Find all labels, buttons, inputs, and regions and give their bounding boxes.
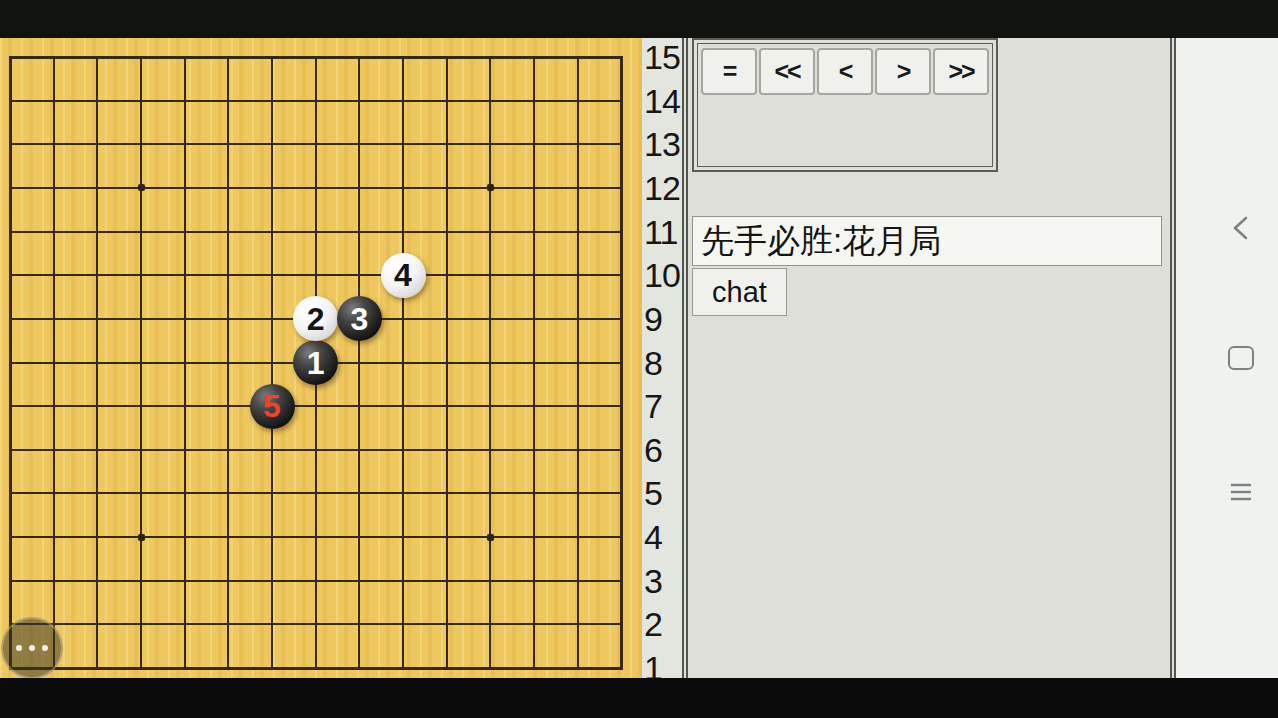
more-dot-icon [29,645,35,651]
grid-line-horizontal [9,667,623,670]
row-label: 2 [644,602,682,646]
row-label: 4 [644,515,682,559]
side-panel: = << < > >> 先手必胜:花月局 chat [682,38,1176,678]
grid-line-vertical [402,56,404,670]
back-chevron-icon [1228,213,1254,243]
grid-line-horizontal [9,449,623,451]
grid-line-vertical [533,56,535,670]
gomoku-board[interactable]: 12345 [0,38,642,678]
move-nav-box: = << < > >> [692,38,998,172]
bottom-bar [0,678,1278,718]
grid-line-vertical [577,56,579,670]
grid-line-horizontal [9,405,623,407]
row-coordinates: 151413121110987654321 [642,38,682,678]
row-label: 10 [644,253,682,297]
recents-button[interactable] [1221,472,1261,512]
grid-line-vertical [446,56,448,670]
move-3-stone-black: 3 [337,296,382,341]
nav-equal-button[interactable]: = [701,48,757,95]
grid-line-vertical [620,56,623,670]
android-navbar [1176,38,1278,678]
row-label: 6 [644,428,682,472]
move-1-stone-black: 1 [293,340,338,385]
back-button[interactable] [1221,208,1261,248]
row-label: 14 [644,79,682,123]
row-label: 1 [644,646,682,678]
row-label: 5 [644,471,682,515]
row-label: 12 [644,166,682,210]
nav-fast-forward-button[interactable]: >> [933,48,989,95]
row-label: 3 [644,559,682,603]
row-label: 13 [644,122,682,166]
star-point [487,184,494,191]
nav-prev-move-button[interactable]: < [817,48,873,95]
move-2-stone-white: 2 [293,296,338,341]
star-point [487,534,494,541]
home-square-icon [1228,346,1254,370]
row-label: 8 [644,341,682,385]
grid-line-horizontal [9,536,623,538]
star-point [138,534,145,541]
home-button[interactable] [1221,338,1261,378]
star-point [138,184,145,191]
nav-rewind-button[interactable]: << [759,48,815,95]
more-dot-icon [42,645,48,651]
move-5-stone-black: 5 [250,384,295,429]
assistive-more-button[interactable] [1,617,63,679]
row-label: 15 [644,38,682,79]
move-nav-box-inner: = << < > >> [697,43,993,167]
status-bar [0,0,1278,38]
row-label: 11 [644,210,682,254]
chat-button[interactable]: chat [692,268,787,316]
row-label: 9 [644,297,682,341]
grid-line-vertical [489,56,491,670]
grid-line-vertical [358,56,360,670]
row-label: 7 [644,384,682,428]
recents-lines-icon [1228,481,1254,503]
grid-line-horizontal [9,623,623,625]
opening-title-field[interactable]: 先手必胜:花月局 [692,216,1162,266]
more-dot-icon [16,645,22,651]
grid-line-horizontal [9,492,623,494]
app-screen: 12345 151413121110987654321 = << < > >> … [0,0,1278,718]
nav-next-move-button[interactable]: > [875,48,931,95]
grid-line-horizontal [9,580,623,582]
move-4-stone-white: 4 [381,253,426,298]
